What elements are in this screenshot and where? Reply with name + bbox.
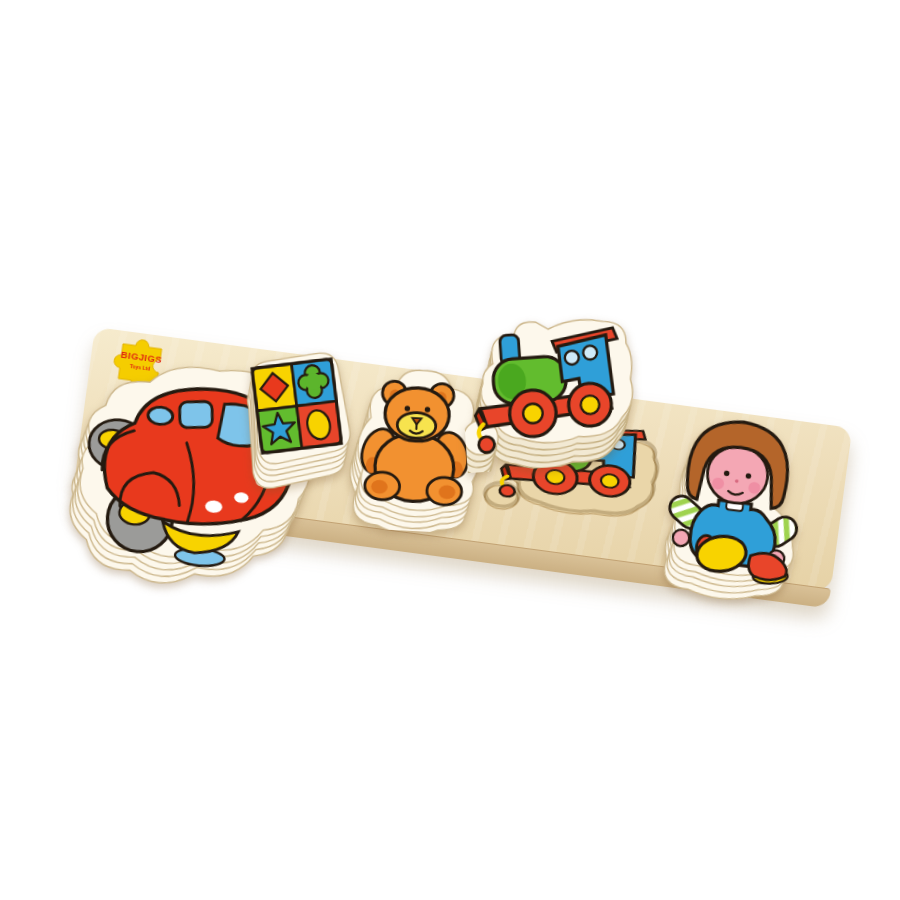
product-photo: BIGJIGS Toys Ltd xyxy=(0,0,900,900)
blocks-art xyxy=(252,359,342,453)
piece-doll[interactable] xyxy=(642,398,825,617)
piece-train[interactable] xyxy=(457,298,650,473)
